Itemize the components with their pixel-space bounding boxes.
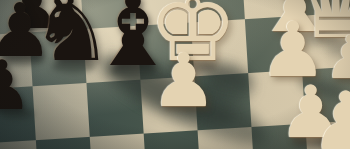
piece-black-pawn-a6[interactable]: ♟ bbox=[0, 52, 32, 120]
piece-white-pawn-h5[interactable]: ♟ bbox=[310, 82, 350, 149]
piece-white-pawn-e6[interactable]: ♟ bbox=[151, 43, 217, 117]
chess-photo-scene: ♟ ♟ ♞ ♝ ♟ ♚ ♟ ♝ ♟ ♟ ♛ ♟ ♟ bbox=[0, 0, 350, 149]
